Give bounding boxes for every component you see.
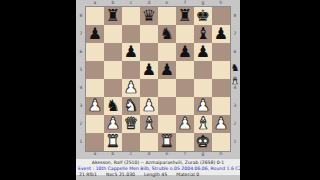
event-link[interactable]: Event : 10th Cappelle Men Bilb, Struble … [76, 166, 240, 171]
square-b6 [104, 43, 122, 61]
rank-label-8: 8 [78, 14, 84, 19]
square-e8 [158, 7, 176, 25]
rank-label-1: 1 [78, 140, 84, 145]
piece-white-pawn: ♟ [178, 116, 192, 132]
file-label-f: f [176, 1, 194, 6]
square-g2: ♝ [194, 115, 212, 133]
square-b1: ♜ [104, 133, 122, 151]
piece-white-pawn: ♟ [142, 98, 156, 114]
square-h1 [212, 133, 230, 151]
square-c5 [122, 61, 140, 79]
square-h8 [212, 7, 230, 25]
square-a6 [86, 43, 104, 61]
file-label-b: b [104, 1, 122, 6]
square-d1 [140, 133, 158, 151]
square-c2: ♛ [122, 115, 140, 133]
piece-white-king: ♚ [196, 134, 210, 150]
square-b3: ♞ [104, 97, 122, 115]
piece-white-rook: ♜ [160, 134, 174, 150]
square-a8 [86, 7, 104, 25]
file-label-f: f [176, 152, 194, 157]
board-frame: abcdefgh abcdefgh 87654321 87654321 ♜♛♜♚… [76, 0, 240, 158]
file-label-h: h [212, 1, 230, 6]
square-g5 [194, 61, 212, 79]
square-g6: ♟ [194, 43, 212, 61]
file-label-d: d [140, 1, 158, 6]
file-label-d: d [140, 152, 158, 157]
piece-black-pawn: ♟ [142, 62, 156, 78]
file-label-e: e [158, 1, 176, 6]
rank-label-6: 6 [232, 50, 238, 55]
piece-black-pawn: ♟ [124, 44, 138, 60]
square-b2: ♟ [104, 115, 122, 133]
left-black-bar [0, 0, 76, 180]
piece-white-knight: ♞ [124, 98, 138, 114]
square-a4 [86, 79, 104, 97]
square-f6: ♟ [176, 43, 194, 61]
status-token-0: 21 Rfb1 [79, 172, 97, 177]
piece-black-pawn: ♟ [160, 62, 174, 78]
file-label-h: h [212, 152, 230, 157]
square-a1 [86, 133, 104, 151]
square-e7: ♞ [158, 25, 176, 43]
square-e2 [158, 115, 176, 133]
square-e1: ♜ [158, 133, 176, 151]
rank-label-8: 8 [232, 14, 238, 19]
file-labels-bottom: abcdefgh [86, 152, 230, 157]
square-d7 [140, 25, 158, 43]
square-d6 [140, 43, 158, 61]
piece-white-pawn: ♟ [106, 116, 120, 132]
square-e3 [158, 97, 176, 115]
status-line: 21 Rfb1Nxc5 21.030Length 45Material 0 [76, 172, 240, 177]
chess-board: ♜♛♜♚♟♞♝♟♟♟♟♟♟♟♟♞♞♟♟♟♛♝♟♝♟♜♜♚ [86, 7, 230, 151]
rank-label-1: 1 [232, 140, 238, 145]
piece-white-pawn: ♟ [88, 98, 102, 114]
file-label-c: c [122, 152, 140, 157]
square-f4 [176, 79, 194, 97]
piece-black-pawn: ♟ [178, 44, 192, 60]
info-bar: Akesson, Ralf (2510) -- Azmaiparashvili,… [76, 158, 240, 180]
square-d3: ♟ [140, 97, 158, 115]
square-g4 [194, 79, 212, 97]
square-g7: ♝ [194, 25, 212, 43]
square-h4 [212, 79, 230, 97]
square-e5: ♟ [158, 61, 176, 79]
piece-white-pawn: ♟ [214, 116, 228, 132]
piece-black-rook: ♜ [178, 8, 192, 24]
rank-label-3: 3 [232, 104, 238, 109]
square-f8: ♜ [176, 7, 194, 25]
rank-label-3: 3 [78, 104, 84, 109]
file-labels-top: abcdefgh [86, 1, 230, 6]
piece-black-pawn: ♟ [88, 26, 102, 42]
players-line: Akesson, Ralf (2510) -- Azmaiparashvili,… [76, 160, 240, 165]
square-h3 [212, 97, 230, 115]
file-label-a: a [86, 1, 104, 6]
piece-black-queen: ♛ [142, 8, 156, 24]
square-f1 [176, 133, 194, 151]
rank-label-2: 2 [78, 122, 84, 127]
square-h6 [212, 43, 230, 61]
square-g8: ♚ [194, 7, 212, 25]
rank-label-2: 2 [232, 122, 238, 127]
rank-label-4: 4 [232, 86, 238, 91]
square-c7 [122, 25, 140, 43]
square-c1 [122, 133, 140, 151]
info-band: Akesson, Ralf (2510) -- Azmaiparashvili,… [76, 159, 240, 175]
square-h2: ♟ [212, 115, 230, 133]
piece-white-pawn: ♟ [196, 98, 210, 114]
status-token-3: Material 0 [176, 172, 199, 177]
square-g1: ♚ [194, 133, 212, 151]
square-h5 [212, 61, 230, 79]
rank-label-7: 7 [78, 32, 84, 37]
piece-white-queen: ♛ [124, 116, 138, 132]
square-f3 [176, 97, 194, 115]
square-a3: ♟ [86, 97, 104, 115]
square-c6: ♟ [122, 43, 140, 61]
square-c8 [122, 7, 140, 25]
square-a5 [86, 61, 104, 79]
square-e6 [158, 43, 176, 61]
file-label-a: a [86, 152, 104, 157]
black-knight-material-icon: ♞ [231, 63, 240, 73]
square-d2: ♝ [140, 115, 158, 133]
file-label-g: g [194, 152, 212, 157]
video-frame: abcdefgh abcdefgh 87654321 87654321 ♜♛♜♚… [0, 0, 320, 180]
file-label-g: g [194, 1, 212, 6]
square-a2 [86, 115, 104, 133]
rank-label-6: 6 [78, 50, 84, 55]
file-label-c: c [122, 1, 140, 6]
square-d4 [140, 79, 158, 97]
rank-label-7: 7 [232, 32, 238, 37]
square-b8: ♜ [104, 7, 122, 25]
piece-black-pawn: ♟ [214, 26, 228, 42]
white-bishop-material-icon: ♝ [231, 76, 240, 86]
square-f5 [176, 61, 194, 79]
status-token-1: Nxc5 21.030 [106, 172, 135, 177]
rank-labels-left: 87654321 [78, 7, 84, 151]
piece-black-rook: ♜ [106, 8, 120, 24]
square-c3: ♞ [122, 97, 140, 115]
rank-label-5: 5 [78, 68, 84, 73]
piece-white-bishop: ♝ [142, 116, 156, 132]
square-e4 [158, 79, 176, 97]
square-d5: ♟ [140, 61, 158, 79]
square-a7: ♟ [86, 25, 104, 43]
square-b7 [104, 25, 122, 43]
right-black-bar [240, 0, 320, 180]
file-label-b: b [104, 152, 122, 157]
status-token-2: Length 45 [144, 172, 167, 177]
piece-black-knight: ♞ [160, 26, 174, 42]
square-c4: ♟ [122, 79, 140, 97]
chess-diagram: abcdefgh abcdefgh 87654321 87654321 ♜♛♜♚… [76, 0, 240, 180]
rank-label-4: 4 [78, 86, 84, 91]
piece-white-pawn: ♟ [124, 80, 138, 96]
piece-white-bishop: ♝ [196, 116, 210, 132]
piece-black-pawn: ♟ [196, 44, 210, 60]
square-f7 [176, 25, 194, 43]
square-d8: ♛ [140, 7, 158, 25]
file-label-e: e [158, 152, 176, 157]
square-g3: ♟ [194, 97, 212, 115]
piece-black-bishop: ♝ [196, 26, 210, 42]
square-b5 [104, 61, 122, 79]
square-h7: ♟ [212, 25, 230, 43]
square-f2: ♟ [176, 115, 194, 133]
square-b4 [104, 79, 122, 97]
piece-white-rook: ♜ [106, 134, 120, 150]
piece-black-king: ♚ [196, 8, 210, 24]
piece-black-knight: ♞ [106, 98, 120, 114]
